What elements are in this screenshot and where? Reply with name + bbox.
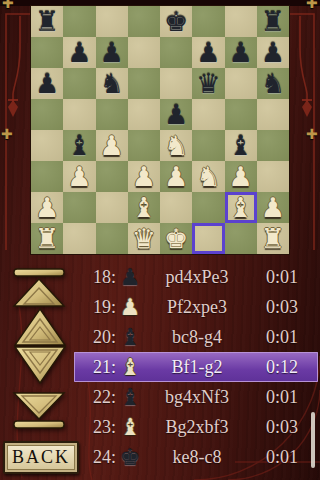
move-row-23[interactable]: 23:♝Bg2xbf30:03 <box>74 412 318 442</box>
white-knight-f3: ♞ <box>196 163 220 190</box>
white-pawn-icon: ♟ <box>116 296 144 319</box>
square-a6[interactable]: ♟ <box>31 68 63 99</box>
square-h5[interactable] <box>257 99 289 130</box>
square-a5[interactable] <box>31 99 63 130</box>
move-number: 19: <box>74 297 116 318</box>
move-number: 18: <box>74 267 116 288</box>
square-d2[interactable]: ♝ <box>128 192 160 223</box>
move-text: Bg2xbf3 <box>144 417 250 438</box>
square-g2[interactable]: ♝ <box>225 192 257 223</box>
square-b8[interactable] <box>63 6 95 37</box>
black-bishop-g4: ♝ <box>229 132 253 159</box>
square-c3[interactable] <box>96 161 128 192</box>
square-g3[interactable]: ♟ <box>225 161 257 192</box>
black-pawn-icon: ♟ <box>116 266 144 289</box>
square-e3[interactable]: ♟ <box>160 161 192 192</box>
black-queen-f6: ♛ <box>196 70 220 97</box>
square-e4[interactable]: ♞ <box>160 130 192 161</box>
square-g1[interactable] <box>225 223 257 254</box>
square-e1[interactable]: ♚ <box>160 223 192 254</box>
gold-cross-ornament-right-icon: ✚ <box>306 126 318 142</box>
black-pawn-e5: ♟ <box>164 101 188 128</box>
white-rook-h1: ♜ <box>261 225 285 252</box>
move-text: Pf2xpe3 <box>144 297 250 318</box>
white-pawn-h2: ♟ <box>261 194 285 221</box>
move-row-19[interactable]: 19:♟Pf2xpe30:03 <box>74 292 318 322</box>
move-row-18[interactable]: 18:♟pd4xPe30:01 <box>74 262 318 292</box>
move-time: 0:03 <box>250 297 298 318</box>
square-a3[interactable] <box>31 161 63 192</box>
white-pawn-c4: ♟ <box>100 132 124 159</box>
white-pawn-a2: ♟ <box>35 194 59 221</box>
square-a1[interactable]: ♜ <box>31 223 63 254</box>
square-h6[interactable]: ♞ <box>257 68 289 99</box>
move-text: ke8-c8 <box>144 447 250 468</box>
black-pawn-h7: ♟ <box>261 39 285 66</box>
square-f1[interactable] <box>192 223 224 254</box>
gold-cross-ornament-left-icon: ✚ <box>1 126 13 142</box>
square-g4[interactable]: ♝ <box>225 130 257 161</box>
black-pawn-b7: ♟ <box>67 39 91 66</box>
square-d3[interactable]: ♟ <box>128 161 160 192</box>
move-number: 20: <box>74 327 116 348</box>
square-b7[interactable]: ♟ <box>63 37 95 68</box>
black-pawn-a6: ♟ <box>35 70 59 97</box>
square-c1[interactable] <box>96 223 128 254</box>
square-f7[interactable]: ♟ <box>192 37 224 68</box>
square-a4[interactable] <box>31 130 63 161</box>
square-h1[interactable]: ♜ <box>257 223 289 254</box>
square-c2[interactable] <box>96 192 128 223</box>
square-g6[interactable] <box>225 68 257 99</box>
go-to-start-button[interactable] <box>12 268 66 308</box>
square-c8[interactable] <box>96 6 128 37</box>
square-d8[interactable] <box>128 6 160 37</box>
move-row-21[interactable]: 21:♝Bf1-g20:12 <box>74 352 318 382</box>
square-a2[interactable]: ♟ <box>31 192 63 223</box>
white-pawn-d3: ♟ <box>132 163 156 190</box>
chess-app-screen: ✚ ✚ ✚ ✚ ♜♚♜♟♟♟♟♟♟♞♛♞♟♝♟♞♝♟♟♟♞♟♟♝♝♟♜♛♚♜ <box>0 0 320 480</box>
white-pawn-b3: ♟ <box>67 163 91 190</box>
move-time: 0:01 <box>250 447 298 468</box>
square-b3[interactable]: ♟ <box>63 161 95 192</box>
black-pawn-g7: ♟ <box>229 39 253 66</box>
move-text: pd4xPe3 <box>144 267 250 288</box>
move-text: bg4xNf3 <box>144 387 250 408</box>
square-f8[interactable] <box>192 6 224 37</box>
square-f6[interactable]: ♛ <box>192 68 224 99</box>
black-knight-c6: ♞ <box>100 70 124 97</box>
move-time: 0:01 <box>250 267 298 288</box>
move-number: 23: <box>74 417 116 438</box>
black-knight-h6: ♞ <box>261 70 285 97</box>
square-d7[interactable] <box>128 37 160 68</box>
white-king-e1: ♚ <box>164 225 188 252</box>
square-h2[interactable]: ♟ <box>257 192 289 223</box>
square-a8[interactable]: ♜ <box>31 6 63 37</box>
white-pawn-e3: ♟ <box>164 163 188 190</box>
square-h8[interactable]: ♜ <box>257 6 289 37</box>
square-f2[interactable] <box>192 192 224 223</box>
square-d6[interactable] <box>128 68 160 99</box>
scrollbar-thumb[interactable] <box>311 412 315 468</box>
black-bishop-icon: ♝ <box>116 326 144 349</box>
black-rook-a8: ♜ <box>35 8 59 35</box>
white-bishop-icon: ♝ <box>116 356 144 379</box>
square-g7[interactable]: ♟ <box>225 37 257 68</box>
move-number: 24: <box>74 447 116 468</box>
square-c7[interactable]: ♟ <box>96 37 128 68</box>
step-back-button[interactable] <box>14 308 66 347</box>
white-bishop-d2: ♝ <box>132 194 156 221</box>
square-f5[interactable] <box>192 99 224 130</box>
white-rook-a1: ♜ <box>35 225 59 252</box>
back-button[interactable]: BACK <box>3 441 79 474</box>
black-pawn-c7: ♟ <box>100 39 124 66</box>
black-bishop-b4: ♝ <box>67 132 91 159</box>
square-h3[interactable] <box>257 161 289 192</box>
move-text: Bf1-g2 <box>144 357 250 378</box>
square-g8[interactable] <box>225 6 257 37</box>
go-to-end-button[interactable] <box>12 392 66 430</box>
black-king-icon: ♚ <box>116 446 144 469</box>
step-forward-button[interactable] <box>14 346 66 384</box>
square-c5[interactable] <box>96 99 128 130</box>
square-c4[interactable]: ♟ <box>96 130 128 161</box>
square-g5[interactable] <box>225 99 257 130</box>
square-f4[interactable] <box>192 130 224 161</box>
move-list: 18:♟pd4xPe30:0119:♟Pf2xpe30:0320:♝bc8-g4… <box>74 262 318 472</box>
square-e5[interactable]: ♟ <box>160 99 192 130</box>
white-queen-d1: ♛ <box>132 225 156 252</box>
square-b2[interactable] <box>63 192 95 223</box>
move-number: 21: <box>74 357 116 378</box>
square-a7[interactable] <box>31 37 63 68</box>
white-bishop-g2: ♝ <box>229 194 253 221</box>
square-b4[interactable]: ♝ <box>63 130 95 161</box>
square-e6[interactable] <box>160 68 192 99</box>
move-row-22[interactable]: 22:♝bg4xNf30:01 <box>74 382 318 412</box>
move-time: 0:01 <box>250 387 298 408</box>
black-bishop-icon: ♝ <box>116 386 144 409</box>
move-row-20[interactable]: 20:♝bc8-g40:01 <box>74 322 318 352</box>
square-e7[interactable] <box>160 37 192 68</box>
white-bishop-icon: ♝ <box>116 416 144 439</box>
back-button-label: BACK <box>12 447 70 468</box>
square-b6[interactable] <box>63 68 95 99</box>
move-time: 0:03 <box>250 417 298 438</box>
move-time: 0:12 <box>250 357 298 378</box>
black-king-e8: ♚ <box>164 8 188 35</box>
move-number: 22: <box>74 387 116 408</box>
square-b5[interactable] <box>63 99 95 130</box>
square-e2[interactable] <box>160 192 192 223</box>
square-h7[interactable]: ♟ <box>257 37 289 68</box>
square-d1[interactable]: ♛ <box>128 223 160 254</box>
square-f3[interactable]: ♞ <box>192 161 224 192</box>
move-row-24[interactable]: 24:♚ke8-c80:01 <box>74 442 318 472</box>
square-c6[interactable]: ♞ <box>96 68 128 99</box>
white-knight-e4: ♞ <box>164 132 188 159</box>
square-d5[interactable] <box>128 99 160 130</box>
square-d4[interactable] <box>128 130 160 161</box>
move-text: bc8-g4 <box>144 327 250 348</box>
square-e8[interactable]: ♚ <box>160 6 192 37</box>
black-rook-h8: ♜ <box>261 8 285 35</box>
white-pawn-g3: ♟ <box>229 163 253 190</box>
square-h4[interactable] <box>257 130 289 161</box>
black-pawn-f7: ♟ <box>196 39 220 66</box>
chess-board: ♜♚♜♟♟♟♟♟♟♞♛♞♟♝♟♞♝♟♟♟♞♟♟♝♝♟♜♛♚♜ <box>31 6 289 254</box>
square-b1[interactable] <box>63 223 95 254</box>
move-time: 0:01 <box>250 327 298 348</box>
